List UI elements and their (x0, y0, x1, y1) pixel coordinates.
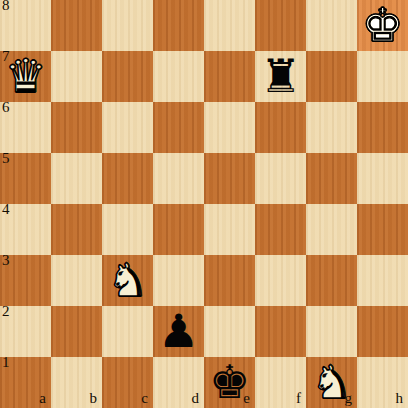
square-d5[interactable] (153, 153, 204, 204)
square-b3[interactable] (51, 255, 102, 306)
square-f1[interactable] (255, 357, 306, 408)
square-c7[interactable] (102, 51, 153, 102)
white-queen-a7[interactable]: ♛ (5, 51, 46, 102)
square-c4[interactable] (102, 204, 153, 255)
white-knight-c3[interactable]: ♞ (107, 255, 148, 306)
square-b7[interactable] (51, 51, 102, 102)
square-h7[interactable] (357, 51, 408, 102)
square-g2[interactable] (306, 306, 357, 357)
square-a8[interactable] (0, 0, 51, 51)
square-h3[interactable] (357, 255, 408, 306)
square-a1[interactable] (0, 357, 51, 408)
square-f4[interactable] (255, 204, 306, 255)
square-c1[interactable] (102, 357, 153, 408)
square-b2[interactable] (51, 306, 102, 357)
square-f5[interactable] (255, 153, 306, 204)
square-c2[interactable] (102, 306, 153, 357)
square-h5[interactable] (357, 153, 408, 204)
square-a7[interactable]: ♛ (0, 51, 51, 102)
square-c6[interactable] (102, 102, 153, 153)
square-g4[interactable] (306, 204, 357, 255)
square-g6[interactable] (306, 102, 357, 153)
black-king-e1[interactable]: ♚ (209, 357, 250, 408)
square-d6[interactable] (153, 102, 204, 153)
square-e7[interactable] (204, 51, 255, 102)
square-e3[interactable] (204, 255, 255, 306)
square-d2[interactable]: ♟ (153, 306, 204, 357)
square-a5[interactable] (0, 153, 51, 204)
square-a6[interactable] (0, 102, 51, 153)
square-a2[interactable] (0, 306, 51, 357)
square-g1[interactable]: ♞ (306, 357, 357, 408)
white-knight-g1[interactable]: ♞ (311, 357, 352, 408)
square-g8[interactable] (306, 0, 357, 51)
square-g3[interactable] (306, 255, 357, 306)
square-e4[interactable] (204, 204, 255, 255)
square-f8[interactable] (255, 0, 306, 51)
square-h2[interactable] (357, 306, 408, 357)
square-a4[interactable] (0, 204, 51, 255)
square-f3[interactable] (255, 255, 306, 306)
square-h6[interactable] (357, 102, 408, 153)
square-d4[interactable] (153, 204, 204, 255)
square-f2[interactable] (255, 306, 306, 357)
square-c5[interactable] (102, 153, 153, 204)
square-e2[interactable] (204, 306, 255, 357)
square-h1[interactable] (357, 357, 408, 408)
square-g7[interactable] (306, 51, 357, 102)
square-a3[interactable] (0, 255, 51, 306)
square-b5[interactable] (51, 153, 102, 204)
square-f6[interactable] (255, 102, 306, 153)
square-b1[interactable] (51, 357, 102, 408)
square-d3[interactable] (153, 255, 204, 306)
square-e6[interactable] (204, 102, 255, 153)
square-f7[interactable]: ♜ (255, 51, 306, 102)
square-b4[interactable] (51, 204, 102, 255)
white-king-h8[interactable]: ♚ (362, 0, 403, 51)
square-e8[interactable] (204, 0, 255, 51)
square-h8[interactable]: ♚ (357, 0, 408, 51)
square-g5[interactable] (306, 153, 357, 204)
square-e1[interactable]: ♚ (204, 357, 255, 408)
board-grid: ♚♛♜♞♟♚♞ (0, 0, 408, 408)
square-d1[interactable] (153, 357, 204, 408)
square-b6[interactable] (51, 102, 102, 153)
square-b8[interactable] (51, 0, 102, 51)
black-pawn-d2[interactable]: ♟ (158, 306, 199, 357)
square-d7[interactable] (153, 51, 204, 102)
chess-board: ♚♛♜♞♟♚♞ 87654321abcdefgh (0, 0, 408, 408)
square-h4[interactable] (357, 204, 408, 255)
black-rook-f7[interactable]: ♜ (260, 51, 301, 102)
square-c3[interactable]: ♞ (102, 255, 153, 306)
square-e5[interactable] (204, 153, 255, 204)
square-d8[interactable] (153, 0, 204, 51)
square-c8[interactable] (102, 0, 153, 51)
